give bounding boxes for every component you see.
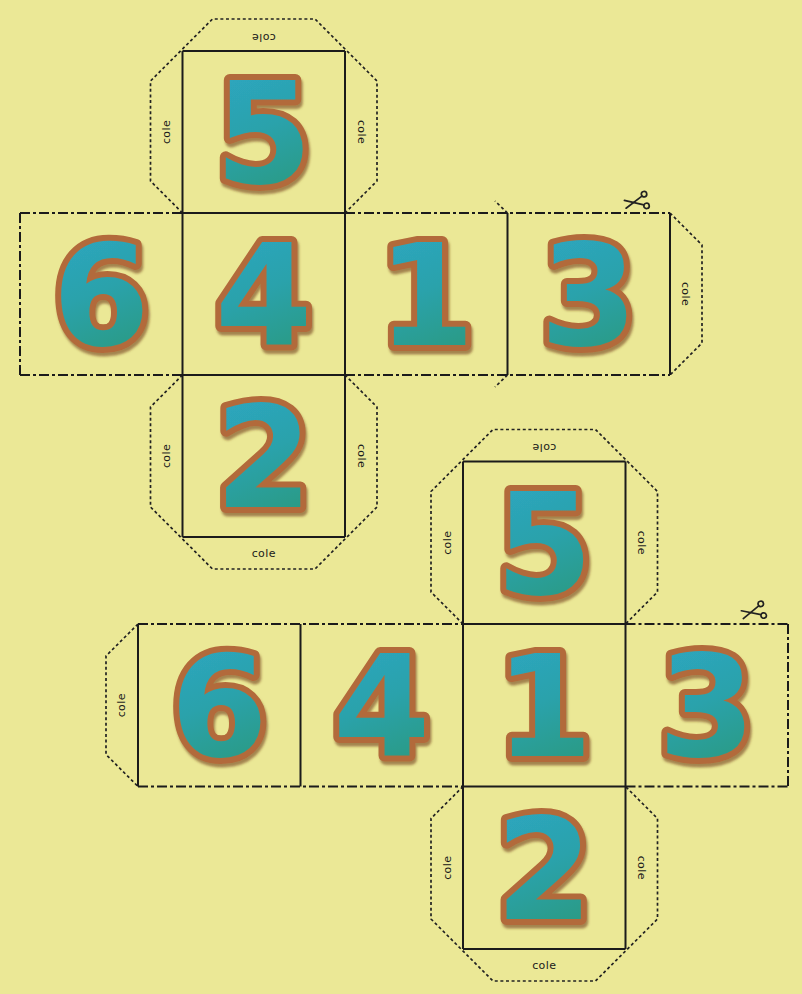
worksheet-canvas: cole cole cole cole cole cole cole 6 4 1… (0, 0, 802, 994)
dice-net-worksheet: cole cole cole cole cole cole cole 6 4 1… (0, 0, 802, 994)
glue-tab-label: cole (635, 531, 648, 555)
glue-tab-label: cole (532, 959, 556, 972)
die-face-1-number: 1 (496, 626, 593, 789)
die-face-4-number: 4 (215, 215, 312, 378)
die-face-2-number: 2 (496, 789, 593, 952)
glue-tab-label: cole (532, 441, 556, 454)
die-face-5-number: 5 (496, 464, 593, 627)
die-face-1-number: 1 (378, 215, 475, 378)
glue-tab-label: cole (115, 693, 128, 717)
glue-tab-label: cole (355, 444, 368, 468)
scissors-icon (623, 191, 649, 213)
die-face-2-number: 2 (215, 377, 312, 540)
glue-tab-label: cole (635, 856, 648, 880)
glue-tab-label: cole (160, 120, 173, 144)
scissors-icon (740, 601, 767, 623)
glue-tab-label: cole (355, 120, 368, 144)
glue-tab-label: cole (441, 531, 454, 555)
glue-tab-label: cole (252, 547, 276, 560)
die-face-6-number: 6 (171, 626, 268, 789)
die-face-4-number: 4 (333, 626, 430, 789)
glue-tab-label: cole (160, 444, 173, 468)
die-face-5-number: 5 (215, 53, 312, 216)
net-1: cole cole cole cole cole cole cole 6 4 1… (20, 19, 702, 569)
glue-tab-label: cole (441, 856, 454, 880)
die-face-3-number: 3 (540, 215, 637, 378)
glue-tab-label: cole (252, 31, 276, 44)
glue-tab-label: cole (679, 282, 692, 306)
die-face-6-number: 6 (53, 215, 150, 378)
net-2: cole cole cole cole cole cole cole 6 4 1… (106, 430, 788, 982)
die-face-3-number: 3 (658, 626, 755, 789)
